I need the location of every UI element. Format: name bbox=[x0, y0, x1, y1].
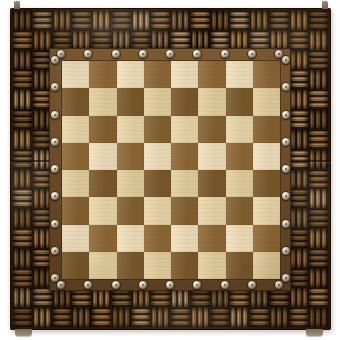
weave-tile bbox=[191, 308, 210, 327]
weave-tile bbox=[309, 11, 328, 30]
weave-tile bbox=[151, 288, 170, 307]
square-b5 bbox=[89, 143, 116, 170]
square-d7 bbox=[144, 88, 171, 115]
weave-tile bbox=[92, 31, 111, 50]
square-b4 bbox=[89, 170, 116, 197]
weave-tile bbox=[270, 31, 289, 50]
square-f5 bbox=[198, 143, 225, 170]
weave-tile bbox=[230, 31, 249, 50]
square-f3 bbox=[198, 197, 225, 224]
weave-tile bbox=[309, 269, 328, 288]
weave-tile bbox=[250, 308, 269, 327]
weave-tile bbox=[151, 31, 170, 50]
weave-tile bbox=[13, 269, 32, 288]
weave-tile bbox=[112, 308, 131, 327]
weave-tile bbox=[13, 189, 32, 208]
weave-tile bbox=[309, 51, 328, 70]
weave-tile bbox=[72, 308, 91, 327]
square-h8 bbox=[253, 61, 280, 88]
square-d2 bbox=[144, 225, 171, 252]
square-d8 bbox=[144, 61, 171, 88]
weave-tile bbox=[250, 31, 269, 50]
weave-tile bbox=[290, 90, 309, 109]
square-b6 bbox=[89, 116, 116, 143]
weave-tile bbox=[112, 288, 131, 307]
square-g5 bbox=[226, 143, 253, 170]
weave-tile bbox=[290, 170, 309, 189]
square-e5 bbox=[171, 143, 198, 170]
square-g6 bbox=[226, 116, 253, 143]
weave-tile bbox=[13, 308, 32, 327]
square-c4 bbox=[117, 170, 144, 197]
weave-tile bbox=[211, 31, 230, 50]
square-c6 bbox=[117, 116, 144, 143]
weave-tile bbox=[290, 110, 309, 129]
square-g2 bbox=[226, 225, 253, 252]
hinge-icon-top-left bbox=[14, 1, 20, 9]
square-b3 bbox=[89, 197, 116, 224]
square-a3 bbox=[62, 197, 89, 224]
weave-tile bbox=[132, 31, 151, 50]
weave-tile bbox=[13, 288, 32, 307]
weave-tile bbox=[290, 189, 309, 208]
square-c5 bbox=[117, 143, 144, 170]
square-c3 bbox=[117, 197, 144, 224]
square-f6 bbox=[198, 116, 225, 143]
weave-tile bbox=[191, 11, 210, 30]
weave-tile bbox=[13, 229, 32, 248]
weave-tile bbox=[132, 11, 151, 30]
square-h7 bbox=[253, 88, 280, 115]
square-g3 bbox=[226, 197, 253, 224]
square-f1 bbox=[198, 252, 225, 279]
weave-tile bbox=[290, 209, 309, 228]
square-a5 bbox=[62, 143, 89, 170]
chessboard-photo bbox=[0, 0, 340, 340]
weave-tile bbox=[72, 11, 91, 30]
weave-tile bbox=[112, 31, 131, 50]
weave-tile bbox=[290, 130, 309, 149]
square-h1 bbox=[253, 252, 280, 279]
square-e8 bbox=[171, 61, 198, 88]
weave-tile bbox=[13, 70, 32, 89]
weave-tile bbox=[309, 170, 328, 189]
weave-tile bbox=[13, 11, 32, 30]
square-g7 bbox=[226, 88, 253, 115]
weave-tile bbox=[309, 70, 328, 89]
weave-tile bbox=[151, 308, 170, 327]
weave-tile bbox=[92, 288, 111, 307]
square-a7 bbox=[62, 88, 89, 115]
weave-tile bbox=[290, 249, 309, 268]
square-d6 bbox=[144, 116, 171, 143]
square-d1 bbox=[144, 252, 171, 279]
weave-tile bbox=[13, 51, 32, 70]
weave-tile bbox=[230, 308, 249, 327]
weave-tile bbox=[92, 11, 111, 30]
weave-tile bbox=[112, 11, 131, 30]
square-e6 bbox=[171, 116, 198, 143]
square-a1 bbox=[62, 252, 89, 279]
square-e2 bbox=[171, 225, 198, 252]
weave-tile bbox=[13, 249, 32, 268]
square-g4 bbox=[226, 170, 253, 197]
square-f2 bbox=[198, 225, 225, 252]
weave-tile bbox=[309, 308, 328, 327]
weave-tile bbox=[13, 130, 32, 149]
square-b8 bbox=[89, 61, 116, 88]
square-h6 bbox=[253, 116, 280, 143]
square-h4 bbox=[253, 170, 280, 197]
weave-tile bbox=[230, 288, 249, 307]
weave-tile bbox=[230, 11, 249, 30]
square-c1 bbox=[117, 252, 144, 279]
weave-tile bbox=[309, 110, 328, 129]
weave-tile bbox=[33, 308, 52, 327]
square-g1 bbox=[226, 252, 253, 279]
square-g8 bbox=[226, 61, 253, 88]
weave-tile bbox=[309, 189, 328, 208]
weave-tile bbox=[191, 31, 210, 50]
weave-tile bbox=[171, 308, 190, 327]
weave-tile bbox=[270, 288, 289, 307]
weave-tile bbox=[309, 130, 328, 149]
weave-tile bbox=[33, 31, 52, 50]
weave-tile bbox=[72, 288, 91, 307]
weave-tile bbox=[290, 269, 309, 288]
weave-tile bbox=[13, 170, 32, 189]
square-a6 bbox=[62, 116, 89, 143]
weave-tile bbox=[53, 308, 72, 327]
weave-tile bbox=[72, 31, 91, 50]
weave-tile bbox=[211, 11, 230, 30]
fold-seam-right bbox=[291, 160, 331, 162]
weave-tile bbox=[309, 90, 328, 109]
square-h5 bbox=[253, 143, 280, 170]
square-c7 bbox=[117, 88, 144, 115]
chess-board bbox=[61, 60, 281, 280]
weave-tile bbox=[290, 70, 309, 89]
square-a8 bbox=[62, 61, 89, 88]
weave-tile bbox=[270, 11, 289, 30]
square-d5 bbox=[144, 143, 171, 170]
weave-tile bbox=[33, 11, 52, 30]
weave-tile bbox=[309, 288, 328, 307]
square-h2 bbox=[253, 225, 280, 252]
square-c2 bbox=[117, 225, 144, 252]
square-c8 bbox=[117, 61, 144, 88]
weave-tile bbox=[250, 288, 269, 307]
weave-tile bbox=[309, 209, 328, 228]
square-f4 bbox=[198, 170, 225, 197]
weave-tile bbox=[132, 308, 151, 327]
weave-tile bbox=[211, 288, 230, 307]
square-e4 bbox=[171, 170, 198, 197]
square-b2 bbox=[89, 225, 116, 252]
weave-tile bbox=[53, 288, 72, 307]
weave-tile bbox=[53, 31, 72, 50]
weave-tile bbox=[290, 51, 309, 70]
square-h3 bbox=[253, 197, 280, 224]
square-e7 bbox=[171, 88, 198, 115]
hinge-icon-top-right bbox=[322, 1, 328, 9]
weave-tile bbox=[53, 11, 72, 30]
weave-tile bbox=[270, 308, 289, 327]
weave-tile bbox=[13, 90, 32, 109]
weave-tile bbox=[290, 288, 309, 307]
weave-tile bbox=[211, 308, 230, 327]
weave-tile bbox=[309, 249, 328, 268]
weave-tile bbox=[309, 229, 328, 248]
weave-tile bbox=[290, 11, 309, 30]
table-foot-right bbox=[306, 329, 323, 336]
square-b1 bbox=[89, 252, 116, 279]
table-foot-left bbox=[15, 329, 32, 336]
weave-tile bbox=[290, 229, 309, 248]
square-f8 bbox=[198, 61, 225, 88]
weave-tile bbox=[92, 308, 111, 327]
weave-tile bbox=[151, 11, 170, 30]
weave-tile bbox=[191, 288, 210, 307]
square-f7 bbox=[198, 88, 225, 115]
weave-tile bbox=[171, 11, 190, 30]
weave-tile bbox=[290, 31, 309, 50]
weave-tile bbox=[13, 31, 32, 50]
square-a2 bbox=[62, 225, 89, 252]
weave-tile bbox=[13, 209, 32, 228]
fold-seam-left bbox=[10, 160, 50, 162]
weave-tile bbox=[309, 31, 328, 50]
weave-tile bbox=[171, 31, 190, 50]
square-b7 bbox=[89, 88, 116, 115]
weave-tile bbox=[13, 110, 32, 129]
weave-tile bbox=[132, 288, 151, 307]
square-e1 bbox=[171, 252, 198, 279]
square-d3 bbox=[144, 197, 171, 224]
weave-tile bbox=[290, 308, 309, 327]
square-a4 bbox=[62, 170, 89, 197]
weave-tile bbox=[250, 11, 269, 30]
weave-tile bbox=[33, 288, 52, 307]
square-e3 bbox=[171, 197, 198, 224]
square-d4 bbox=[144, 170, 171, 197]
weave-tile bbox=[171, 288, 190, 307]
